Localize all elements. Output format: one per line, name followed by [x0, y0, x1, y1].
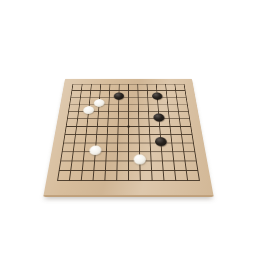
board-perspective-wrapper — [56, 54, 201, 203]
stone-white[interactable] — [89, 146, 102, 156]
stone-black[interactable] — [114, 92, 125, 99]
board-tilt — [44, 79, 214, 195]
stone-black[interactable] — [152, 92, 163, 99]
board-grid[interactable] — [57, 84, 200, 181]
stone-black[interactable] — [153, 113, 165, 121]
go-board — [43, 79, 214, 197]
product-photo-stage — [0, 0, 255, 255]
stone-white[interactable] — [83, 106, 95, 114]
star-point-tengen — [127, 126, 130, 128]
stone-white[interactable] — [94, 99, 105, 107]
stone-white[interactable] — [134, 154, 146, 164]
stone-black[interactable] — [155, 137, 167, 146]
